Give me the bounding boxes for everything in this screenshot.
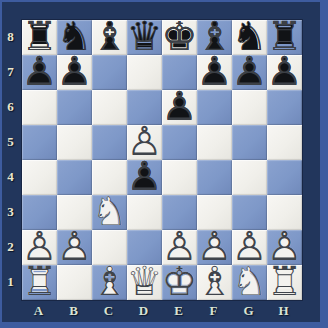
square-d6[interactable] <box>127 90 162 125</box>
square-d2[interactable] <box>127 230 162 265</box>
square-e8[interactable]: ♚♔ <box>162 20 197 55</box>
square-c1[interactable]: ♝♗ <box>92 265 127 300</box>
square-d4[interactable]: ♟♙ <box>127 160 162 195</box>
square-b3[interactable] <box>57 195 92 230</box>
piece-white-pawn-e2[interactable]: ♟♙ <box>162 230 197 265</box>
file-label-a: A <box>21 301 56 321</box>
square-g1[interactable]: ♞♘ <box>232 265 267 300</box>
rank-label-6: 6 <box>0 89 21 124</box>
square-a8[interactable]: ♜♖ <box>22 20 57 55</box>
chess-board: ♜♖♞♘♝♗♛♕♚♔♝♗♞♘♜♖♟♙♟♙♟♙♟♙♟♙♟♙♟♙♟♙♞♘♟♙♟♙♟♙… <box>21 19 303 301</box>
square-d1[interactable]: ♛♕ <box>127 265 162 300</box>
piece-white-knight-c3[interactable]: ♞♘ <box>92 195 127 230</box>
piece-black-pawn-a7[interactable]: ♟♙ <box>22 55 57 90</box>
square-b1[interactable] <box>57 265 92 300</box>
square-a6[interactable] <box>22 90 57 125</box>
square-e2[interactable]: ♟♙ <box>162 230 197 265</box>
square-f3[interactable] <box>197 195 232 230</box>
square-a5[interactable] <box>22 125 57 160</box>
square-a2[interactable]: ♟♙ <box>22 230 57 265</box>
square-h2[interactable]: ♟♙ <box>267 230 302 265</box>
square-c6[interactable] <box>92 90 127 125</box>
piece-black-rook-a8[interactable]: ♜♖ <box>22 20 57 55</box>
piece-white-bishop-c1[interactable]: ♝♗ <box>92 265 127 300</box>
square-d3[interactable] <box>127 195 162 230</box>
piece-black-rook-h8[interactable]: ♜♖ <box>267 20 302 55</box>
piece-white-bishop-f1[interactable]: ♝♗ <box>197 265 232 300</box>
piece-white-pawn-a2[interactable]: ♟♙ <box>22 230 57 265</box>
square-f4[interactable] <box>197 160 232 195</box>
piece-black-queen-d8[interactable]: ♛♕ <box>127 20 162 55</box>
square-f7[interactable]: ♟♙ <box>197 55 232 90</box>
piece-white-pawn-b2[interactable]: ♟♙ <box>57 230 92 265</box>
piece-black-pawn-g7[interactable]: ♟♙ <box>232 55 267 90</box>
piece-white-rook-a1[interactable]: ♜♖ <box>22 265 57 300</box>
piece-white-rook-h1[interactable]: ♜♖ <box>267 265 302 300</box>
rank-label-7: 7 <box>0 54 21 89</box>
square-c3[interactable]: ♞♘ <box>92 195 127 230</box>
square-h1[interactable]: ♜♖ <box>267 265 302 300</box>
piece-black-bishop-c8[interactable]: ♝♗ <box>92 20 127 55</box>
square-e4[interactable] <box>162 160 197 195</box>
rank-label-8: 8 <box>0 19 21 54</box>
square-f8[interactable]: ♝♗ <box>197 20 232 55</box>
square-h8[interactable]: ♜♖ <box>267 20 302 55</box>
square-c7[interactable] <box>92 55 127 90</box>
piece-white-pawn-f2[interactable]: ♟♙ <box>197 230 232 265</box>
square-b8[interactable]: ♞♘ <box>57 20 92 55</box>
square-e3[interactable] <box>162 195 197 230</box>
square-e5[interactable] <box>162 125 197 160</box>
square-h6[interactable] <box>267 90 302 125</box>
square-b4[interactable] <box>57 160 92 195</box>
file-label-d: D <box>126 301 161 321</box>
square-a1[interactable]: ♜♖ <box>22 265 57 300</box>
square-h5[interactable] <box>267 125 302 160</box>
square-c2[interactable] <box>92 230 127 265</box>
square-a3[interactable] <box>22 195 57 230</box>
square-e7[interactable] <box>162 55 197 90</box>
rank-label-3: 3 <box>0 194 21 229</box>
square-b2[interactable]: ♟♙ <box>57 230 92 265</box>
file-label-h: H <box>266 301 301 321</box>
square-h7[interactable]: ♟♙ <box>267 55 302 90</box>
file-label-b: B <box>56 301 91 321</box>
square-d8[interactable]: ♛♕ <box>127 20 162 55</box>
square-b5[interactable] <box>57 125 92 160</box>
square-f6[interactable] <box>197 90 232 125</box>
square-b6[interactable] <box>57 90 92 125</box>
piece-black-bishop-f8[interactable]: ♝♗ <box>197 20 232 55</box>
piece-black-knight-b8[interactable]: ♞♘ <box>57 20 92 55</box>
piece-black-pawn-h7[interactable]: ♟♙ <box>267 55 302 90</box>
square-e6[interactable]: ♟♙ <box>162 90 197 125</box>
square-g6[interactable] <box>232 90 267 125</box>
square-g4[interactable] <box>232 160 267 195</box>
piece-white-pawn-h2[interactable]: ♟♙ <box>267 230 302 265</box>
file-label-c: C <box>91 301 126 321</box>
piece-white-pawn-d5[interactable]: ♟♙ <box>127 125 162 160</box>
rank-label-5: 5 <box>0 124 21 159</box>
piece-white-king-e1[interactable]: ♚♔ <box>162 265 197 300</box>
square-h3[interactable] <box>267 195 302 230</box>
square-g7[interactable]: ♟♙ <box>232 55 267 90</box>
square-c5[interactable] <box>92 125 127 160</box>
square-g8[interactable]: ♞♘ <box>232 20 267 55</box>
rank-label-1: 1 <box>0 264 21 299</box>
piece-black-king-e8[interactable]: ♚♔ <box>162 20 197 55</box>
square-h4[interactable] <box>267 160 302 195</box>
piece-black-knight-g8[interactable]: ♞♘ <box>232 20 267 55</box>
file-label-e: E <box>161 301 196 321</box>
square-c8[interactable]: ♝♗ <box>92 20 127 55</box>
rank-label-4: 4 <box>0 159 21 194</box>
piece-black-pawn-d4[interactable]: ♟♙ <box>127 160 162 195</box>
piece-black-pawn-b7[interactable]: ♟♙ <box>57 55 92 90</box>
file-label-g: G <box>231 301 266 321</box>
square-c4[interactable] <box>92 160 127 195</box>
piece-white-queen-d1[interactable]: ♛♕ <box>127 265 162 300</box>
square-g3[interactable] <box>232 195 267 230</box>
piece-black-pawn-e6[interactable]: ♟♙ <box>162 90 197 125</box>
rank-label-2: 2 <box>0 229 21 264</box>
square-b7[interactable]: ♟♙ <box>57 55 92 90</box>
file-label-f: F <box>196 301 231 321</box>
chess-diagram: ♜♖♞♘♝♗♛♕♚♔♝♗♞♘♜♖♟♙♟♙♟♙♟♙♟♙♟♙♟♙♟♙♞♘♟♙♟♙♟♙… <box>0 0 328 328</box>
square-d5[interactable]: ♟♙ <box>127 125 162 160</box>
square-f2[interactable]: ♟♙ <box>197 230 232 265</box>
piece-white-knight-g1[interactable]: ♞♘ <box>232 265 267 300</box>
square-e1[interactable]: ♚♔ <box>162 265 197 300</box>
piece-white-pawn-g2[interactable]: ♟♙ <box>232 230 267 265</box>
square-g5[interactable] <box>232 125 267 160</box>
square-f5[interactable] <box>197 125 232 160</box>
square-a4[interactable] <box>22 160 57 195</box>
square-a7[interactable]: ♟♙ <box>22 55 57 90</box>
square-g2[interactable]: ♟♙ <box>232 230 267 265</box>
square-f1[interactable]: ♝♗ <box>197 265 232 300</box>
square-d7[interactable] <box>127 55 162 90</box>
piece-black-pawn-f7[interactable]: ♟♙ <box>197 55 232 90</box>
